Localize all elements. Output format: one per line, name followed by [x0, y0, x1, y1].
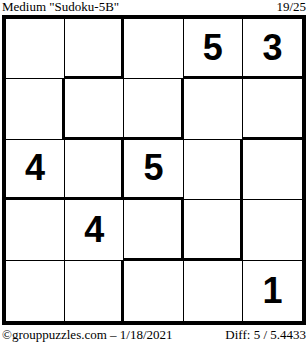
cell-r2c2[interactable] — [65, 79, 124, 139]
copyright-text: ©grouppuzzles.com – 1/18/2021 — [2, 327, 173, 342]
cell-r4c5[interactable] — [243, 200, 302, 260]
cell-r4c2[interactable]: 4 — [65, 200, 124, 260]
sudoku-page: Medium "Sudoku-5B" 19/25 534541 ©grouppu… — [0, 0, 308, 343]
cell-r1c2[interactable] — [65, 19, 124, 79]
difficulty-text: Diff: 5 / 5.4433 — [225, 327, 306, 342]
cell-r5c3[interactable] — [124, 261, 183, 321]
cell-r3c5[interactable] — [243, 140, 302, 200]
cell-r4c3[interactable] — [124, 200, 183, 260]
cell-r1c5[interactable]: 3 — [243, 19, 302, 79]
cell-r4c4[interactable] — [184, 200, 243, 260]
cell-r2c3[interactable] — [124, 79, 183, 139]
score-counter: 19/25 — [276, 0, 306, 14]
cell-r5c4[interactable] — [184, 261, 243, 321]
cell-r5c1[interactable] — [6, 261, 65, 321]
cell-r3c4[interactable] — [184, 140, 243, 200]
cell-r1c4[interactable]: 5 — [184, 19, 243, 79]
sudoku-grid: 534541 — [2, 15, 306, 325]
cell-r4c1[interactable] — [6, 200, 65, 260]
header: Medium "Sudoku-5B" 19/25 — [2, 0, 306, 14]
puzzle-title: Medium "Sudoku-5B" — [2, 0, 119, 14]
cell-r3c2[interactable] — [65, 140, 124, 200]
cell-r3c3[interactable]: 5 — [124, 140, 183, 200]
cell-r3c1[interactable]: 4 — [6, 140, 65, 200]
cell-r1c1[interactable] — [6, 19, 65, 79]
footer: ©grouppuzzles.com – 1/18/2021 Diff: 5 / … — [2, 327, 306, 342]
cell-r5c2[interactable] — [65, 261, 124, 321]
cell-r2c4[interactable] — [184, 79, 243, 139]
cell-r5c5[interactable]: 1 — [243, 261, 302, 321]
cell-r2c1[interactable] — [6, 79, 65, 139]
cell-r2c5[interactable] — [243, 79, 302, 139]
cell-r1c3[interactable] — [124, 19, 183, 79]
